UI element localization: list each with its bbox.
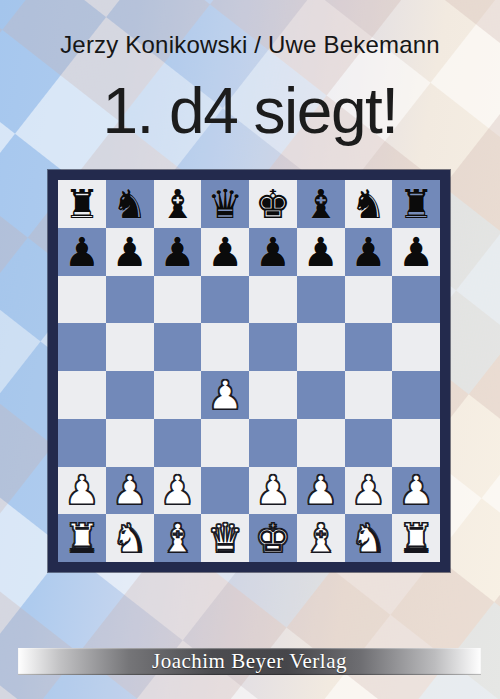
piece-black-knight: ♞ [112,184,148,224]
square-c7: ♟ [154,228,202,276]
square-d8: ♛ [201,180,249,228]
square-f7: ♟ [297,228,345,276]
piece-white-bishop: ♝ [303,518,339,558]
square-h5 [392,323,440,371]
square-d3 [201,419,249,467]
square-e6 [249,276,297,324]
piece-white-pawn: ♟ [64,470,100,510]
square-a1: ♜ [58,514,106,562]
square-a2: ♟ [58,467,106,515]
piece-white-knight: ♞ [112,518,148,558]
square-f3 [297,419,345,467]
square-e7: ♟ [249,228,297,276]
piece-white-king: ♚ [255,518,291,558]
piece-black-knight: ♞ [350,184,386,224]
piece-black-pawn: ♟ [398,232,434,272]
piece-black-pawn: ♟ [207,232,243,272]
square-d7: ♟ [201,228,249,276]
square-c6 [154,276,202,324]
square-g5 [345,323,393,371]
piece-black-bishop: ♝ [303,184,339,224]
piece-white-pawn: ♟ [303,470,339,510]
square-d2 [201,467,249,515]
square-e5 [249,323,297,371]
square-c1: ♝ [154,514,202,562]
piece-white-pawn: ♟ [255,470,291,510]
square-g6 [345,276,393,324]
piece-black-king: ♚ [255,184,291,224]
piece-white-pawn: ♟ [159,470,195,510]
square-a3 [58,419,106,467]
book-title: 1. d4 siegt! [0,78,500,145]
piece-white-bishop: ♝ [159,518,195,558]
square-a7: ♟ [58,228,106,276]
square-h6 [392,276,440,324]
square-a8: ♜ [58,180,106,228]
square-c4 [154,371,202,419]
piece-black-pawn: ♟ [255,232,291,272]
piece-black-pawn: ♟ [112,232,148,272]
square-g8: ♞ [345,180,393,228]
square-h3 [392,419,440,467]
square-b6 [106,276,154,324]
square-e8: ♚ [249,180,297,228]
piece-white-rook: ♜ [64,518,100,558]
square-h1: ♜ [392,514,440,562]
square-h2: ♟ [392,467,440,515]
square-b4 [106,371,154,419]
square-a6 [58,276,106,324]
square-b8: ♞ [106,180,154,228]
piece-black-queen: ♛ [207,184,243,224]
piece-black-pawn: ♟ [303,232,339,272]
square-f8: ♝ [297,180,345,228]
square-c3 [154,419,202,467]
square-h7: ♟ [392,228,440,276]
square-f5 [297,323,345,371]
square-h8: ♜ [392,180,440,228]
piece-black-rook: ♜ [398,184,434,224]
square-g4 [345,371,393,419]
book-cover: Jerzy Konikowski / Uwe Bekemann 1. d4 si… [0,0,500,699]
piece-black-pawn: ♟ [350,232,386,272]
piece-white-pawn: ♟ [350,470,386,510]
publisher-bar: Joachim Beyer Verlag [18,648,481,675]
square-e3 [249,419,297,467]
square-e1: ♚ [249,514,297,562]
chess-board: ♜♞♝♛♚♝♞♜♟♟♟♟♟♟♟♟♟♟♟♟♟♟♟♟♜♞♝♛♚♝♞♜ [48,170,450,572]
chess-board-grid: ♜♞♝♛♚♝♞♜♟♟♟♟♟♟♟♟♟♟♟♟♟♟♟♟♜♞♝♛♚♝♞♜ [58,180,440,562]
square-f4 [297,371,345,419]
piece-black-rook: ♜ [64,184,100,224]
square-g2: ♟ [345,467,393,515]
square-c8: ♝ [154,180,202,228]
piece-black-bishop: ♝ [159,184,195,224]
piece-white-rook: ♜ [398,518,434,558]
square-d1: ♛ [201,514,249,562]
piece-black-pawn: ♟ [64,232,100,272]
square-f2: ♟ [297,467,345,515]
square-g7: ♟ [345,228,393,276]
square-b7: ♟ [106,228,154,276]
square-e2: ♟ [249,467,297,515]
piece-white-pawn: ♟ [398,470,434,510]
piece-white-queen: ♛ [207,518,243,558]
author-line: Jerzy Konikowski / Uwe Bekemann [0,31,500,59]
square-a4 [58,371,106,419]
square-e4 [249,371,297,419]
square-c2: ♟ [154,467,202,515]
square-b3 [106,419,154,467]
piece-black-pawn: ♟ [159,232,195,272]
square-g1: ♞ [345,514,393,562]
piece-white-knight: ♞ [350,518,386,558]
publisher-name: Joachim Beyer Verlag [152,649,347,674]
square-d4: ♟ [201,371,249,419]
square-a5 [58,323,106,371]
square-b1: ♞ [106,514,154,562]
piece-white-pawn: ♟ [112,470,148,510]
square-f1: ♝ [297,514,345,562]
square-g3 [345,419,393,467]
square-b2: ♟ [106,467,154,515]
piece-white-pawn: ♟ [207,375,243,415]
square-d5 [201,323,249,371]
square-d6 [201,276,249,324]
square-h4 [392,371,440,419]
square-b5 [106,323,154,371]
square-f6 [297,276,345,324]
square-c5 [154,323,202,371]
